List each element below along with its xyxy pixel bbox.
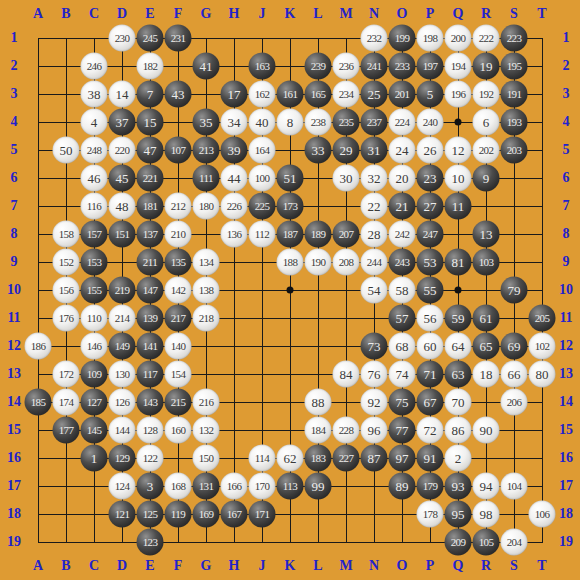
row-label-right-10: 10 xyxy=(559,283,573,297)
stone-white-B11-move-176: 176 xyxy=(53,305,80,332)
stone-white-R3-move-192: 192 xyxy=(473,81,500,108)
stone-black-F5-move-107: 107 xyxy=(165,137,192,164)
row-label-left-15: 15 xyxy=(7,423,21,437)
row-label-right-12: 12 xyxy=(559,339,573,353)
stone-white-G11-move-218: 218 xyxy=(193,305,220,332)
column-label-bottom-M: M xyxy=(339,559,352,573)
row-label-left-3: 3 xyxy=(11,87,18,101)
stone-white-G15-move-132: 132 xyxy=(193,417,220,444)
column-label-top-N: N xyxy=(369,7,379,21)
column-label-top-C: C xyxy=(89,7,99,21)
column-label-bottom-L: L xyxy=(313,559,322,573)
stone-white-D17-move-124: 124 xyxy=(109,473,136,500)
row-label-left-1: 1 xyxy=(11,31,18,45)
stone-white-H7-move-226: 226 xyxy=(221,193,248,220)
stone-black-D6-move-45: 45 xyxy=(109,165,136,192)
stone-white-R13-move-18: 18 xyxy=(473,361,500,388)
stone-black-N2-move-241: 241 xyxy=(361,53,388,80)
column-label-top-L: L xyxy=(313,7,322,21)
stone-black-C9-move-153: 153 xyxy=(81,249,108,276)
stone-black-P9-move-53: 53 xyxy=(417,249,444,276)
row-label-right-8: 8 xyxy=(563,227,570,241)
stone-white-C4-move-4: 4 xyxy=(81,109,108,136)
star-point-Q10 xyxy=(455,287,462,294)
stone-black-C13-move-109: 109 xyxy=(81,361,108,388)
row-label-left-7: 7 xyxy=(11,199,18,213)
stone-black-O7-move-21: 21 xyxy=(389,193,416,220)
stone-white-Q2-move-194: 194 xyxy=(445,53,472,80)
stone-white-Q16-move-2: 2 xyxy=(445,445,472,472)
stone-white-O13-move-74: 74 xyxy=(389,361,416,388)
stone-black-R6-move-9: 9 xyxy=(473,165,500,192)
stone-black-O14-move-75: 75 xyxy=(389,389,416,416)
stone-black-P10-move-55: 55 xyxy=(417,277,444,304)
stone-black-O9-move-243: 243 xyxy=(389,249,416,276)
stone-black-D4-move-37: 37 xyxy=(109,109,136,136)
stone-black-S1-move-223: 223 xyxy=(501,25,528,52)
stone-white-J8-move-112: 112 xyxy=(249,221,276,248)
stone-black-N5-move-31: 31 xyxy=(361,137,388,164)
stone-black-R9-move-103: 103 xyxy=(473,249,500,276)
stone-white-E16-move-122: 122 xyxy=(137,445,164,472)
stone-white-J3-move-162: 162 xyxy=(249,81,276,108)
stone-white-L14-move-88: 88 xyxy=(305,389,332,416)
stone-black-E9-move-211: 211 xyxy=(137,249,164,276)
stone-black-Q9-move-81: 81 xyxy=(445,249,472,276)
stone-white-N9-move-244: 244 xyxy=(361,249,388,276)
column-label-bottom-A: A xyxy=(33,559,43,573)
stone-black-K7-move-173: 173 xyxy=(277,193,304,220)
stone-black-C16-move-1: 1 xyxy=(81,445,108,472)
stone-white-K4-move-8: 8 xyxy=(277,109,304,136)
stone-white-Q5-move-12: 12 xyxy=(445,137,472,164)
row-label-right-13: 13 xyxy=(559,367,573,381)
column-label-bottom-R: R xyxy=(481,559,491,573)
row-label-right-9: 9 xyxy=(563,255,570,269)
column-label-top-M: M xyxy=(339,7,352,21)
stone-black-J7-move-225: 225 xyxy=(249,193,276,220)
stone-white-C7-move-116: 116 xyxy=(81,193,108,220)
stone-black-D16-move-129: 129 xyxy=(109,445,136,472)
stone-white-H6-move-44: 44 xyxy=(221,165,248,192)
stone-black-F18-move-119: 119 xyxy=(165,501,192,528)
stone-black-C15-move-145: 145 xyxy=(81,417,108,444)
stone-white-O12-move-68: 68 xyxy=(389,333,416,360)
column-label-bottom-K: K xyxy=(285,559,296,573)
stone-black-G4-move-35: 35 xyxy=(193,109,220,136)
stone-white-J17-move-170: 170 xyxy=(249,473,276,500)
stone-black-O15-move-77: 77 xyxy=(389,417,416,444)
stone-black-G6-move-111: 111 xyxy=(193,165,220,192)
column-label-bottom-H: H xyxy=(229,559,240,573)
stone-white-F10-move-142: 142 xyxy=(165,277,192,304)
stone-white-L4-move-238: 238 xyxy=(305,109,332,136)
stone-white-C11-move-110: 110 xyxy=(81,305,108,332)
stone-black-O16-move-97: 97 xyxy=(389,445,416,472)
stone-black-N12-move-73: 73 xyxy=(361,333,388,360)
row-label-left-18: 18 xyxy=(7,507,21,521)
stone-black-H3-move-17: 17 xyxy=(221,81,248,108)
column-label-top-R: R xyxy=(481,7,491,21)
stone-black-P14-move-67: 67 xyxy=(417,389,444,416)
stone-white-D14-move-126: 126 xyxy=(109,389,136,416)
row-label-left-9: 9 xyxy=(11,255,18,269)
stone-white-Q3-move-196: 196 xyxy=(445,81,472,108)
column-label-bottom-O: O xyxy=(397,559,408,573)
column-label-bottom-E: E xyxy=(145,559,154,573)
stone-black-N3-move-25: 25 xyxy=(361,81,388,108)
stone-white-R5-move-202: 202 xyxy=(473,137,500,164)
stone-white-G10-move-138: 138 xyxy=(193,277,220,304)
stone-white-A12-move-186: 186 xyxy=(25,333,52,360)
stone-black-G18-move-169: 169 xyxy=(193,501,220,528)
stone-white-D13-move-130: 130 xyxy=(109,361,136,388)
stone-white-G14-move-216: 216 xyxy=(193,389,220,416)
stone-white-P12-move-60: 60 xyxy=(417,333,444,360)
stone-black-T11-move-205: 205 xyxy=(529,305,556,332)
stone-white-D1-move-230: 230 xyxy=(109,25,136,52)
column-label-top-T: T xyxy=(537,7,546,21)
stone-white-M3-move-234: 234 xyxy=(333,81,360,108)
stone-black-S5-move-203: 203 xyxy=(501,137,528,164)
stone-black-E3-move-7: 7 xyxy=(137,81,164,108)
stone-black-S3-move-191: 191 xyxy=(501,81,528,108)
column-label-top-D: D xyxy=(117,7,127,21)
stone-black-C8-move-157: 157 xyxy=(81,221,108,248)
stone-white-P5-move-26: 26 xyxy=(417,137,444,164)
stone-white-J4-move-40: 40 xyxy=(249,109,276,136)
row-label-left-13: 13 xyxy=(7,367,21,381)
stone-black-Q17-move-93: 93 xyxy=(445,473,472,500)
row-label-left-14: 14 xyxy=(7,395,21,409)
go-board: AABBCCDDEEFFGGHHJJKKLLMMNNOOPPQQRRSSTT11… xyxy=(0,0,580,580)
stone-white-C3-move-38: 38 xyxy=(81,81,108,108)
stone-white-C6-move-46: 46 xyxy=(81,165,108,192)
stone-black-L8-move-189: 189 xyxy=(305,221,332,248)
column-label-top-E: E xyxy=(145,7,154,21)
stone-black-O1-move-199: 199 xyxy=(389,25,416,52)
row-label-right-3: 3 xyxy=(563,87,570,101)
row-label-right-19: 19 xyxy=(559,535,573,549)
stone-white-G7-move-180: 180 xyxy=(193,193,220,220)
stone-white-M2-move-236: 236 xyxy=(333,53,360,80)
stone-white-Q14-move-70: 70 xyxy=(445,389,472,416)
stone-white-S13-move-66: 66 xyxy=(501,361,528,388)
stone-white-F15-move-160: 160 xyxy=(165,417,192,444)
stone-black-S2-move-195: 195 xyxy=(501,53,528,80)
stone-black-M4-move-235: 235 xyxy=(333,109,360,136)
stone-black-P17-move-179: 179 xyxy=(417,473,444,500)
stone-black-O3-move-201: 201 xyxy=(389,81,416,108)
row-label-left-6: 6 xyxy=(11,171,18,185)
row-label-right-1: 1 xyxy=(563,31,570,45)
column-label-bottom-G: G xyxy=(201,559,212,573)
stone-black-E11-move-139: 139 xyxy=(137,305,164,332)
stone-black-D12-move-149: 149 xyxy=(109,333,136,360)
column-label-top-G: G xyxy=(201,7,212,21)
stone-black-E14-move-143: 143 xyxy=(137,389,164,416)
row-label-right-16: 16 xyxy=(559,451,573,465)
stone-white-T12-move-102: 102 xyxy=(529,333,556,360)
stone-black-L3-move-165: 165 xyxy=(305,81,332,108)
stone-black-G2-move-41: 41 xyxy=(193,53,220,80)
column-label-bottom-T: T xyxy=(537,559,546,573)
stone-white-N1-move-232: 232 xyxy=(361,25,388,52)
stone-white-G16-move-150: 150 xyxy=(193,445,220,472)
stone-black-R2-move-19: 19 xyxy=(473,53,500,80)
stone-white-O5-move-24: 24 xyxy=(389,137,416,164)
stone-black-E19-move-123: 123 xyxy=(137,529,164,556)
column-label-bottom-F: F xyxy=(174,559,183,573)
star-point-Q4 xyxy=(455,119,462,126)
stone-white-F12-move-140: 140 xyxy=(165,333,192,360)
stone-white-K9-move-188: 188 xyxy=(277,249,304,276)
stone-black-S10-move-79: 79 xyxy=(501,277,528,304)
stone-black-P6-move-23: 23 xyxy=(417,165,444,192)
stone-white-B9-move-152: 152 xyxy=(53,249,80,276)
stone-black-Q19-move-209: 209 xyxy=(445,529,472,556)
column-label-top-O: O xyxy=(397,7,408,21)
stone-white-O8-move-242: 242 xyxy=(389,221,416,248)
stone-white-B8-move-158: 158 xyxy=(53,221,80,248)
stone-white-P1-move-198: 198 xyxy=(417,25,444,52)
column-label-bottom-Q: Q xyxy=(453,559,464,573)
stone-black-Q11-move-59: 59 xyxy=(445,305,472,332)
stone-black-E4-move-15: 15 xyxy=(137,109,164,136)
stone-white-T18-move-106: 106 xyxy=(529,501,556,528)
stone-black-D18-move-121: 121 xyxy=(109,501,136,528)
stone-white-N10-move-54: 54 xyxy=(361,277,388,304)
column-label-bottom-J: J xyxy=(259,559,266,573)
stone-black-E6-move-221: 221 xyxy=(137,165,164,192)
stone-white-N15-move-96: 96 xyxy=(361,417,388,444)
row-label-left-4: 4 xyxy=(11,115,18,129)
stone-black-K3-move-161: 161 xyxy=(277,81,304,108)
stone-white-S19-move-204: 204 xyxy=(501,529,528,556)
stone-black-H18-move-167: 167 xyxy=(221,501,248,528)
column-label-bottom-N: N xyxy=(369,559,379,573)
stone-black-F1-move-231: 231 xyxy=(165,25,192,52)
stone-black-P2-move-197: 197 xyxy=(417,53,444,80)
stone-white-O4-move-224: 224 xyxy=(389,109,416,136)
stone-white-E15-move-128: 128 xyxy=(137,417,164,444)
stone-black-L2-move-239: 239 xyxy=(305,53,332,80)
row-label-right-14: 14 xyxy=(559,395,573,409)
row-label-left-10: 10 xyxy=(7,283,21,297)
column-label-top-Q: Q xyxy=(453,7,464,21)
stone-white-M15-move-228: 228 xyxy=(333,417,360,444)
row-label-right-11: 11 xyxy=(559,311,572,325)
stone-white-D7-move-48: 48 xyxy=(109,193,136,220)
stone-white-N8-move-28: 28 xyxy=(361,221,388,248)
stone-white-S14-move-206: 206 xyxy=(501,389,528,416)
stone-black-C14-move-127: 127 xyxy=(81,389,108,416)
stone-black-R12-move-65: 65 xyxy=(473,333,500,360)
stone-black-S4-move-193: 193 xyxy=(501,109,528,136)
stone-white-M6-move-30: 30 xyxy=(333,165,360,192)
row-label-right-4: 4 xyxy=(563,115,570,129)
stone-white-D11-move-214: 214 xyxy=(109,305,136,332)
stone-black-D10-move-219: 219 xyxy=(109,277,136,304)
column-label-top-H: H xyxy=(229,7,240,21)
stone-black-C10-move-155: 155 xyxy=(81,277,108,304)
stone-black-M8-move-207: 207 xyxy=(333,221,360,248)
stone-black-F14-move-215: 215 xyxy=(165,389,192,416)
stone-black-K17-move-113: 113 xyxy=(277,473,304,500)
stone-black-K8-move-187: 187 xyxy=(277,221,304,248)
stone-black-K6-move-51: 51 xyxy=(277,165,304,192)
stone-white-R17-move-94: 94 xyxy=(473,473,500,500)
stone-white-T13-move-80: 80 xyxy=(529,361,556,388)
stone-white-N13-move-76: 76 xyxy=(361,361,388,388)
stone-black-D8-move-151: 151 xyxy=(109,221,136,248)
row-label-right-5: 5 xyxy=(563,143,570,157)
grid-line-vertical-T xyxy=(542,38,543,543)
stone-white-L9-move-190: 190 xyxy=(305,249,332,276)
stone-black-E10-move-147: 147 xyxy=(137,277,164,304)
row-label-right-15: 15 xyxy=(559,423,573,437)
stone-white-P15-move-72: 72 xyxy=(417,417,444,444)
stone-white-B10-move-156: 156 xyxy=(53,277,80,304)
stone-black-E12-move-141: 141 xyxy=(137,333,164,360)
stone-white-R1-move-222: 222 xyxy=(473,25,500,52)
stone-black-R8-move-13: 13 xyxy=(473,221,500,248)
row-label-right-17: 17 xyxy=(559,479,573,493)
stone-black-F3-move-43: 43 xyxy=(165,81,192,108)
stone-white-D5-move-220: 220 xyxy=(109,137,136,164)
stone-white-Q1-move-200: 200 xyxy=(445,25,472,52)
stone-white-D15-move-144: 144 xyxy=(109,417,136,444)
row-label-right-7: 7 xyxy=(563,199,570,213)
stone-white-C12-move-146: 146 xyxy=(81,333,108,360)
stone-white-H4-move-34: 34 xyxy=(221,109,248,136)
stone-black-E1-move-245: 245 xyxy=(137,25,164,52)
row-label-right-6: 6 xyxy=(563,171,570,185)
stone-white-P4-move-240: 240 xyxy=(417,109,444,136)
row-label-left-17: 17 xyxy=(7,479,21,493)
row-label-left-2: 2 xyxy=(11,59,18,73)
row-label-left-19: 19 xyxy=(7,535,21,549)
stone-white-N7-move-22: 22 xyxy=(361,193,388,220)
column-label-top-S: S xyxy=(510,7,518,21)
stone-black-Q13-move-63: 63 xyxy=(445,361,472,388)
stone-white-L15-move-184: 184 xyxy=(305,417,332,444)
stone-black-L5-move-33: 33 xyxy=(305,137,332,164)
stone-black-M5-move-29: 29 xyxy=(333,137,360,164)
column-label-bottom-S: S xyxy=(510,559,518,573)
stone-black-E7-move-181: 181 xyxy=(137,193,164,220)
stone-black-M16-move-227: 227 xyxy=(333,445,360,472)
row-label-left-5: 5 xyxy=(11,143,18,157)
stone-black-Q7-move-11: 11 xyxy=(445,193,472,220)
stone-black-J18-move-171: 171 xyxy=(249,501,276,528)
stone-white-P18-move-178: 178 xyxy=(417,501,444,528)
stone-white-R18-move-98: 98 xyxy=(473,501,500,528)
row-label-left-12: 12 xyxy=(7,339,21,353)
column-label-bottom-D: D xyxy=(117,559,127,573)
stone-black-N4-move-237: 237 xyxy=(361,109,388,136)
stone-black-H5-move-39: 39 xyxy=(221,137,248,164)
stone-black-A14-move-185: 185 xyxy=(25,389,52,416)
stone-black-R11-move-61: 61 xyxy=(473,305,500,332)
stone-white-N14-move-92: 92 xyxy=(361,389,388,416)
stone-white-K16-move-62: 62 xyxy=(277,445,304,472)
stone-black-E8-move-137: 137 xyxy=(137,221,164,248)
stone-black-O11-move-57: 57 xyxy=(389,305,416,332)
column-label-top-A: A xyxy=(33,7,43,21)
stone-white-Q6-move-10: 10 xyxy=(445,165,472,192)
stone-white-F13-move-154: 154 xyxy=(165,361,192,388)
stone-black-Q18-move-95: 95 xyxy=(445,501,472,528)
stone-white-B5-move-50: 50 xyxy=(53,137,80,164)
stone-white-J5-move-164: 164 xyxy=(249,137,276,164)
column-label-bottom-P: P xyxy=(426,559,435,573)
stone-white-M9-move-208: 208 xyxy=(333,249,360,276)
stone-black-E5-move-47: 47 xyxy=(137,137,164,164)
stone-black-L16-move-183: 183 xyxy=(305,445,332,472)
column-label-top-B: B xyxy=(61,7,70,21)
row-label-right-18: 18 xyxy=(559,507,573,521)
stone-white-J16-move-114: 114 xyxy=(249,445,276,472)
stone-white-Q15-move-86: 86 xyxy=(445,417,472,444)
stone-black-G5-move-213: 213 xyxy=(193,137,220,164)
column-label-top-P: P xyxy=(426,7,435,21)
stone-black-E18-move-125: 125 xyxy=(137,501,164,528)
stone-white-H17-move-166: 166 xyxy=(221,473,248,500)
stone-white-B14-move-174: 174 xyxy=(53,389,80,416)
stone-white-O10-move-58: 58 xyxy=(389,277,416,304)
stone-white-O6-move-20: 20 xyxy=(389,165,416,192)
stone-black-S12-move-69: 69 xyxy=(501,333,528,360)
stone-white-F8-move-210: 210 xyxy=(165,221,192,248)
row-label-right-2: 2 xyxy=(563,59,570,73)
stone-black-F9-move-135: 135 xyxy=(165,249,192,276)
stone-black-P3-move-5: 5 xyxy=(417,81,444,108)
stone-black-E13-move-117: 117 xyxy=(137,361,164,388)
stone-white-P11-move-56: 56 xyxy=(417,305,444,332)
stone-black-P13-move-71: 71 xyxy=(417,361,444,388)
stone-white-E2-move-182: 182 xyxy=(137,53,164,80)
stone-white-M13-move-84: 84 xyxy=(333,361,360,388)
stone-white-F7-move-212: 212 xyxy=(165,193,192,220)
stone-white-C5-move-248: 248 xyxy=(81,137,108,164)
stone-white-D3-move-14: 14 xyxy=(109,81,136,108)
stone-black-B15-move-177: 177 xyxy=(53,417,80,444)
stone-black-P7-move-27: 27 xyxy=(417,193,444,220)
stone-black-J2-move-163: 163 xyxy=(249,53,276,80)
stone-white-R4-move-6: 6 xyxy=(473,109,500,136)
stone-black-F11-move-217: 217 xyxy=(165,305,192,332)
row-label-left-11: 11 xyxy=(7,311,20,325)
stone-white-J6-move-100: 100 xyxy=(249,165,276,192)
column-label-top-F: F xyxy=(174,7,183,21)
column-label-bottom-C: C xyxy=(89,559,99,573)
stone-white-R15-move-90: 90 xyxy=(473,417,500,444)
stone-white-Q12-move-64: 64 xyxy=(445,333,472,360)
star-point-K10 xyxy=(287,287,294,294)
stone-black-P16-move-91: 91 xyxy=(417,445,444,472)
row-label-left-8: 8 xyxy=(11,227,18,241)
stone-white-G9-move-134: 134 xyxy=(193,249,220,276)
stone-black-N16-move-87: 87 xyxy=(361,445,388,472)
stone-white-C2-move-246: 246 xyxy=(81,53,108,80)
stone-black-P8-move-247: 247 xyxy=(417,221,444,248)
row-label-left-16: 16 xyxy=(7,451,21,465)
stone-black-O17-move-89: 89 xyxy=(389,473,416,500)
stone-black-L17-move-99: 99 xyxy=(305,473,332,500)
stone-white-H8-move-136: 136 xyxy=(221,221,248,248)
stone-white-N6-move-32: 32 xyxy=(361,165,388,192)
